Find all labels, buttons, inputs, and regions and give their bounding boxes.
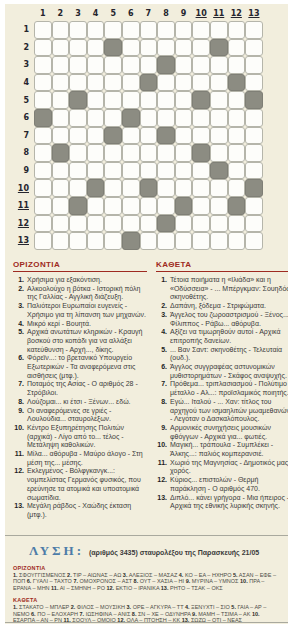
row-label-3: 3 [12, 56, 34, 74]
down-clue-text-7: Πρόθεμα... τριπλασιασμού - Πολύτιμο μέτα… [170, 380, 289, 396]
grid-cell-r13c8[interactable] [157, 232, 175, 250]
grid-cell-r8c13[interactable] [245, 144, 263, 162]
black-cell-r5c13 [245, 91, 263, 109]
across-clue-5: 5.Αρχικά ανωτάτων κληρικών - Κραυγή βοσκ… [13, 328, 147, 354]
down-clue-number-5: 5. [156, 346, 167, 355]
grid-cell-r3c10[interactable] [192, 56, 210, 74]
grid-cell-r1c9[interactable] [175, 21, 193, 39]
across-clue-number-12: 12. [13, 467, 24, 476]
grid-cell-r6c12[interactable] [228, 109, 246, 127]
grid-cell-r7c11[interactable] [210, 127, 228, 145]
black-cell-r11c12 [228, 197, 246, 215]
grid-cell-r7c6[interactable] [122, 127, 140, 145]
down-clue-number-4: 4. [156, 328, 167, 337]
across-clue-text-4: Μικρό κερί - Βουητά. [27, 320, 91, 327]
grid-cell-r5c12[interactable] [228, 91, 246, 109]
grid-cell-r4c10[interactable] [192, 74, 210, 92]
down-clue-text-3: Άγγελος του ζωροαστρισμού - Ξένος... Φίλ… [170, 311, 289, 327]
grid-cell-r12c12[interactable] [228, 215, 246, 233]
grid-corner [12, 6, 34, 21]
grid-cell-r9c4[interactable] [87, 162, 105, 180]
grid-cell-r3c11[interactable] [210, 56, 228, 74]
grid-cell-r7c2[interactable] [52, 127, 70, 145]
grid-cell-r12c3[interactable] [69, 215, 87, 233]
black-cell-r11c9 [175, 197, 193, 215]
grid-cell-r6c4[interactable] [87, 109, 105, 127]
black-cell-r7c8 [157, 127, 175, 145]
black-cell-r7c5 [104, 127, 122, 145]
grid-cell-r1c3[interactable] [69, 21, 87, 39]
black-cell-r4c7 [140, 74, 158, 92]
down-clue-3: 3.Άγγελος του ζωροαστρισμού - Ξένος... Φ… [156, 311, 290, 328]
grid-cell-r6c3[interactable] [69, 109, 87, 127]
grid-cell-r11c2[interactable] [52, 197, 70, 215]
down-clue-number-9: 9. [156, 424, 167, 433]
down-clue-text-5: ... Βαν Σαντ: σκηνοθέτης - Τελευταία (ου… [170, 346, 282, 362]
black-cell-r10c7 [140, 179, 158, 197]
grid-cell-r8c11[interactable] [210, 144, 228, 162]
grid-cell-r4c13[interactable] [245, 74, 263, 92]
grid-cell-r7c9[interactable] [175, 127, 193, 145]
grid-cell-r5c7[interactable] [140, 91, 158, 109]
down-clue-11: 11.Χωριό της Μαγνησίας - Δημοτικός μας χ… [156, 459, 290, 476]
col-label-7: 7 [140, 6, 158, 21]
grid-cell-r5c5[interactable] [104, 91, 122, 109]
across-clue-11: 11.Μίλα... αθόρυβα - Μαύρο άλογο - Στη μ… [13, 450, 147, 467]
down-clue-text-11: Χωριό της Μαγνησίας - Δημοτικός μας χορό… [170, 459, 288, 475]
grid-cell-r11c8[interactable] [157, 197, 175, 215]
black-cell-r6c6 [122, 109, 140, 127]
solution-title-line: ΛΥΣΗ: (αριθμός 3435) σταυρολέξου της Παρ… [13, 543, 282, 559]
across-clue-13: 13.Μεγάλη ράβδος - Χαώδης έκταση (μτφ.). [13, 502, 147, 519]
grid-cell-r10c11[interactable] [210, 179, 228, 197]
black-cell-r5c10 [192, 91, 210, 109]
grid-cell-r6c5[interactable] [104, 109, 122, 127]
row-label-5: 5 [12, 91, 34, 109]
across-clue-2: 2.Αλκοολούχο η βότκα - Ιστορική πόλη της… [13, 285, 147, 302]
row-label-2: 2 [12, 39, 34, 57]
grid-cell-r10c6[interactable] [122, 179, 140, 197]
across-clue-text-7: Ποταμός της Ασίας - Ο αριθμός 28 - Στρόβ… [27, 380, 138, 396]
row-label-1: 1 [12, 21, 34, 39]
across-clue-text-2: Αλκοολούχο η βότκα - Ιστορική πόλη της Γ… [27, 285, 140, 301]
across-clue-9: 9.Οι αναφερόμενες σε γριές - Λουλούδια..… [13, 407, 147, 424]
grid-cell-r10c12[interactable] [228, 179, 246, 197]
grid-cell-r13c11[interactable] [210, 232, 228, 250]
across-clue-4: 4.Μικρό κερί - Βουητά. [13, 320, 147, 329]
row-label-7: 7 [12, 127, 34, 145]
across-clue-text-1: Χρήσιμα για εξακόντιση. [27, 276, 102, 283]
black-cell-r9c11 [210, 162, 228, 180]
grid-cell-r13c4[interactable] [87, 232, 105, 250]
row-label-9: 9 [12, 162, 34, 180]
grid-cell-r9c12[interactable] [228, 162, 246, 180]
down-clue-number-3: 3. [156, 311, 167, 320]
grid-cell-r2c1[interactable] [34, 39, 52, 57]
grid-cell-r9c1[interactable] [34, 162, 52, 180]
black-cell-r3c8 [157, 56, 175, 74]
row-label-10: 10 [12, 179, 34, 197]
row-label-6: 6 [12, 109, 34, 127]
col-label-1: 1 [34, 6, 52, 21]
grid-cell-r5c11[interactable] [210, 91, 228, 109]
across-clue-text-9: Οι αναφερόμενες σε γριές - Λουλούδια... … [27, 407, 111, 423]
grid-cell-r2c8[interactable] [157, 39, 175, 57]
grid-cell-r13c12[interactable] [228, 232, 246, 250]
across-clue-number-10: 10. [13, 424, 24, 433]
across-clue-3: 3.Παλιότεροι Ευρωπαίοι ευγενείς - Χρήσιμ… [13, 302, 147, 319]
solution-down-text: 1. ΣΤΑΚΑΤΟ – ΜΠΛΕΡ 2. ΦΙΛΟΣ – ΜΟΥΣΙΚΗ 3.… [13, 604, 282, 623]
row-label-12: 12 [12, 215, 34, 233]
grid-cell-r8c3[interactable] [69, 144, 87, 162]
grid-cell-r11c4[interactable] [87, 197, 105, 215]
col-label-8: 8 [157, 6, 175, 21]
col-label-5: 5 [104, 6, 122, 21]
black-cell-r10c4 [87, 179, 105, 197]
grid-cell-r1c8[interactable] [157, 21, 175, 39]
down-clue-text-2: Δαπάνη, ξόδεμα - Στριφώματα. [170, 302, 266, 309]
across-clue-number-7: 7. [13, 380, 24, 389]
across-clue-8: 8.Λούζομαι... κι έτσι - Ξένων... εδώ. [13, 398, 147, 407]
grid-cell-r3c5[interactable] [104, 56, 122, 74]
grid-cell-r3c12[interactable] [228, 56, 246, 74]
across-clue-number-4: 4. [13, 320, 24, 329]
black-cell-r2c5 [104, 39, 122, 57]
grid-cell-r4c1[interactable] [34, 74, 52, 92]
down-clue-number-11: 11. [156, 459, 167, 468]
grid-cell-r12c1[interactable] [34, 215, 52, 233]
grid-cell-r12c6[interactable] [122, 215, 140, 233]
grid-cell-r4c9[interactable] [175, 74, 193, 92]
grid-cell-r2c13[interactable] [245, 39, 263, 57]
grid-cell-r7c10[interactable] [192, 127, 210, 145]
grid-cell-r10c1[interactable] [34, 179, 52, 197]
black-cell-r2c11 [210, 39, 228, 57]
grid-cell-r13c9[interactable] [175, 232, 193, 250]
across-clue-number-2: 2. [13, 285, 24, 294]
across-clue-6: 6.Φόρεϊν...: το βρετανικό Υπουργείο Εξωτ… [13, 354, 147, 380]
grid-cell-r6c9[interactable] [175, 109, 193, 127]
down-clue-text-4: Αξίζει να τιμωρηθούν αυτοί - Αρχικά επιτ… [170, 328, 280, 344]
grid-cell-r3c13[interactable] [245, 56, 263, 74]
grid-cell-r9c3[interactable] [69, 162, 87, 180]
grid-cell-r13c13[interactable] [245, 232, 263, 250]
across-clue-number-3: 3. [13, 302, 24, 311]
grid-cell-r1c5[interactable] [104, 21, 122, 39]
across-clue-number-1: 1. [13, 276, 24, 285]
grid-cell-r7c1[interactable] [34, 127, 52, 145]
grid-cell-r1c2[interactable] [52, 21, 70, 39]
grid-cell-r10c2[interactable] [52, 179, 70, 197]
grid-cell-r8c6[interactable] [122, 144, 140, 162]
col-label-2: 2 [52, 6, 70, 21]
grid-cell-r11c13[interactable] [245, 197, 263, 215]
grid-cell-r1c6[interactable] [122, 21, 140, 39]
grid-cell-r11c1[interactable] [34, 197, 52, 215]
black-cell-r11c3 [69, 197, 87, 215]
grid-cell-r1c11[interactable] [210, 21, 228, 39]
grid-cell-r13c10[interactable] [192, 232, 210, 250]
grid-cell-r12c7[interactable] [140, 215, 158, 233]
col-label-10: 10 [192, 6, 210, 21]
grid-cell-r2c12[interactable] [228, 39, 246, 57]
grid-cell-r3c7[interactable] [140, 56, 158, 74]
grid-cell-r4c3[interactable] [69, 74, 87, 92]
grid-cell-r9c7[interactable] [140, 162, 158, 180]
grid-cell-r13c1[interactable] [34, 232, 52, 250]
grid-cell-r11c5[interactable] [104, 197, 122, 215]
grid-cell-r12c11[interactable] [210, 215, 228, 233]
grid-cell-r10c9[interactable] [175, 179, 193, 197]
down-clue-number-6: 6. [156, 363, 167, 372]
grid-cell-r2c4[interactable] [87, 39, 105, 57]
black-cell-r5c3 [69, 91, 87, 109]
grid-cell-r1c12[interactable] [228, 21, 246, 39]
grid-cell-r3c4[interactable] [87, 56, 105, 74]
grid-cell-r9c10[interactable] [192, 162, 210, 180]
grid-cell-r4c6[interactable] [122, 74, 140, 92]
down-clue-text-12: Κύριος... επιστολών - Θερμή παράκληση - … [170, 476, 260, 492]
down-header: ΚΑΘΕΤΑ [156, 260, 290, 272]
row-label-13: 13 [12, 232, 34, 250]
grid-cell-r9c5[interactable] [104, 162, 122, 180]
col-label-4: 4 [87, 6, 105, 21]
across-clue-text-10: Κέντρο Εξυπηρέτησης Πολιτών (αρχικά) - Λ… [27, 424, 124, 448]
down-clue-text-8: Εγώ... Ιταλού - ... Χαν: τίτλος του αρχη… [170, 398, 290, 422]
grid-cell-r10c10[interactable] [192, 179, 210, 197]
grid-cell-r13c5[interactable] [104, 232, 122, 250]
down-clue-text-1: Τέτοια ποιήματα η «Ιλιάδα» και η «Οδύσσε… [170, 276, 290, 300]
grid-cell-r8c12[interactable] [228, 144, 246, 162]
grid-cell-r6c10[interactable] [192, 109, 210, 127]
down-clue-12: 12.Κύριος... επιστολών - Θερμή παράκληση… [156, 476, 290, 493]
grid-cell-r4c8[interactable] [157, 74, 175, 92]
grid-cell-r9c8[interactable] [157, 162, 175, 180]
down-clue-text-10: Μαγική... τράπουλα - Συμπλέκει - Άλκης..… [170, 441, 273, 457]
col-label-6: 6 [122, 6, 140, 21]
grid-cell-r12c10[interactable] [192, 215, 210, 233]
grid-cell-r11c6[interactable] [122, 197, 140, 215]
down-clue-number-13: 13. [156, 494, 167, 503]
down-clue-1: 1.Τέτοια ποιήματα η «Ιλιάδα» και η «Οδύσ… [156, 276, 290, 302]
grid-cell-r2c3[interactable] [69, 39, 87, 57]
down-clue-8: 8.Εγώ... Ιταλού - ... Χαν: τίτλος του αρ… [156, 398, 290, 424]
clue-lists: ΟΡΙΖΟΝΤΙΑ 1.Χρήσιμα για εξακόντιση.2.Αλκ… [13, 260, 290, 520]
grid-cell-r2c10[interactable] [192, 39, 210, 57]
grid-cell-r13c7[interactable] [140, 232, 158, 250]
grid-cell-r1c13[interactable] [245, 21, 263, 39]
across-clue-12: 12.Εκλεγμένος - Βόλφγκανγκ...: νομπελίστ… [13, 467, 147, 502]
grid-cell-r7c7[interactable] [140, 127, 158, 145]
down-clue-number-7: 7. [156, 380, 167, 389]
across-clues-column: ΟΡΙΖΟΝΤΙΑ 1.Χρήσιμα για εξακόντιση.2.Αλκ… [13, 260, 147, 520]
grid-cell-r3c9[interactable] [175, 56, 193, 74]
grid-cell-r8c9[interactable] [175, 144, 193, 162]
grid-cell-r7c13[interactable] [245, 127, 263, 145]
grid-cell-r9c9[interactable] [175, 162, 193, 180]
down-clue-number-10: 10. [156, 441, 167, 450]
across-clue-10: 10.Κέντρο Εξυπηρέτησης Πολιτών (αρχικά) … [13, 424, 147, 450]
grid-cell-r3c3[interactable] [69, 56, 87, 74]
grid-cell-r9c13[interactable] [245, 162, 263, 180]
grid-cell-r12c2[interactable] [52, 215, 70, 233]
across-clue-text-11: Μίλα... αθόρυβα - Μαύρο άλογο - Στη μέση… [27, 450, 143, 466]
grid-cell-r12c4[interactable] [87, 215, 105, 233]
grid-cell-r3c1[interactable] [34, 56, 52, 74]
col-label-12: 12 [228, 6, 246, 21]
down-clue-text-6: Άγγλος συγγραφέας αστυνομικών μυθιστορημ… [170, 363, 287, 379]
across-clue-number-11: 11. [13, 450, 24, 459]
down-clue-list: 1.Τέτοια ποιήματα η «Ιλιάδα» και η «Οδύσ… [156, 276, 290, 511]
grid-cell-r2c2[interactable] [52, 39, 70, 57]
grid-cell-r12c5[interactable] [104, 215, 122, 233]
col-label-9: 9 [175, 6, 193, 21]
grid-cell-r2c9[interactable] [175, 39, 193, 57]
across-clue-7: 7.Ποταμός της Ασίας - Ο αριθμός 28 - Στρ… [13, 380, 147, 397]
across-clue-number-13: 13. [13, 502, 24, 511]
grid-cell-r3c6[interactable] [122, 56, 140, 74]
grid-cell-r4c11[interactable] [210, 74, 228, 92]
down-clue-text-13: Διπλό... κάνει γρήγορα - Μια ήπειρος - Α… [170, 494, 289, 510]
grid-cell-r4c2[interactable] [52, 74, 70, 92]
down-clue-number-8: 8. [156, 398, 167, 407]
grid-cell-r8c5[interactable] [104, 144, 122, 162]
col-label-3: 3 [69, 6, 87, 21]
across-clue-text-12: Εκλεγμένος - Βόλφγκανγκ...: νομπελίστας … [27, 467, 141, 500]
row-label-8: 8 [12, 144, 34, 162]
solution-label: ΛΥΣΗ: [29, 543, 84, 559]
black-cell-r8c2 [52, 144, 70, 162]
grid-cell-r10c5[interactable] [104, 179, 122, 197]
across-clue-number-6: 6. [13, 354, 24, 363]
crossword-grid: 1234567891011121312345678910111213 [12, 6, 263, 250]
col-label-11: 11 [210, 6, 228, 21]
row-label-11: 11 [12, 197, 34, 215]
grid-cell-r9c2[interactable] [52, 162, 70, 180]
across-clue-text-5: Αρχικά ανωτάτων κληρικών - Κραυγή βοσκού… [27, 328, 142, 352]
grid-cell-r13c2[interactable] [52, 232, 70, 250]
across-clue-text-13: Μεγάλη ράβδος - Χαώδης έκταση (μτφ.). [27, 502, 131, 518]
grid-cell-r7c12[interactable] [228, 127, 246, 145]
solution-across-text: 1. ΣΦΟΥΓΓΙΣΜΕΝΟΣ 2. ΤΙΡ – ΑΙΩΝΑΣ – ΑΩ 3.… [13, 572, 282, 591]
solution-subtitle: (αριθμός 3435) σταυρολέξου της Παρασκευή… [89, 549, 259, 556]
grid-cell-r5c9[interactable] [175, 91, 193, 109]
grid-cell-r6c7[interactable] [140, 109, 158, 127]
solution-panel: ΛΥΣΗ: (αριθμός 3435) σταυρολέξου της Παρ… [5, 535, 288, 623]
black-cell-r6c1 [34, 109, 52, 127]
grid-cell-r7c4[interactable] [87, 127, 105, 145]
grid-cell-r8c7[interactable] [140, 144, 158, 162]
grid-cell-r1c4[interactable] [87, 21, 105, 39]
grid-cell-r8c8[interactable] [157, 144, 175, 162]
down-clues-column: ΚΑΘΕΤΑ 1.Τέτοια ποιήματα η «Ιλιάδα» και … [156, 260, 290, 520]
grid-cell-r5c8[interactable] [157, 91, 175, 109]
grid-cell-r1c1[interactable] [34, 21, 52, 39]
grid-cell-r3c2[interactable] [52, 56, 70, 74]
solution-across-header: ΟΡΙΖΟΝΤΙΑ [13, 565, 282, 571]
grid-cell-r5c6[interactable] [122, 91, 140, 109]
grid-cell-r5c2[interactable] [52, 91, 70, 109]
down-clue-number-12: 12. [156, 476, 167, 485]
grid-cell-r2c7[interactable] [140, 39, 158, 57]
grid-cell-r4c5[interactable] [104, 74, 122, 92]
grid-cell-r8c1[interactable] [34, 144, 52, 162]
grid-cell-r11c10[interactable] [192, 197, 210, 215]
black-cell-r13c6 [122, 232, 140, 250]
across-clue-1: 1.Χρήσιμα για εξακόντιση. [13, 276, 147, 285]
down-clue-7: 7.Πρόθεμα... τριπλασιασμού - Πολύτιμο μέ… [156, 380, 290, 397]
grid-cell-r1c7[interactable] [140, 21, 158, 39]
grid-cell-r12c9[interactable] [175, 215, 193, 233]
down-clue-4: 4.Αξίζει να τιμωρηθούν αυτοί - Αρχικά επ… [156, 328, 290, 345]
grid-cell-r6c11[interactable] [210, 109, 228, 127]
across-clue-text-3: Παλιότεροι Ευρωπαίοι ευγενείς - Χρήσιμο … [27, 302, 146, 318]
black-cell-r4c12 [228, 74, 246, 92]
grid-cell-r8c4[interactable] [87, 144, 105, 162]
grid-cell-r5c4[interactable] [87, 91, 105, 109]
grid-cell-r13c3[interactable] [69, 232, 87, 250]
down-clue-text-9: Αρμονικές συνηχήσεις μουσικών φθόγγων - … [170, 424, 271, 440]
down-clue-10: 10.Μαγική... τράπουλα - Συμπλέκει - Άλκη… [156, 441, 290, 458]
grid-cell-r2c6[interactable] [122, 39, 140, 57]
down-clue-6: 6.Άγγλος συγγραφέας αστυνομικών μυθιστορ… [156, 363, 290, 380]
down-clue-5: 5.... Βαν Σαντ: σκηνοθέτης - Τελευταία (… [156, 346, 290, 363]
grid-cell-r6c8[interactable] [157, 109, 175, 127]
black-cell-r10c13 [245, 179, 263, 197]
crossword-page: 1234567891011121312345678910111213 ΟΡΙΖΟ… [0, 0, 291, 624]
grid-cell-r5c1[interactable] [34, 91, 52, 109]
row-label-4: 4 [12, 74, 34, 92]
down-clue-2: 2.Δαπάνη, ξόδεμα - Στριφώματα. [156, 302, 290, 311]
across-clue-text-6: Φόρεϊν...: το βρετανικό Υπουργείο Εξωτερ… [27, 354, 135, 378]
across-header: ΟΡΙΖΟΝΤΙΑ [13, 260, 147, 272]
grid-cell-r11c11[interactable] [210, 197, 228, 215]
down-clue-number-1: 1. [156, 276, 167, 285]
black-cell-r8c10 [192, 144, 210, 162]
grid-cell-r6c13[interactable] [245, 109, 263, 127]
grid-cell-r7c3[interactable] [69, 127, 87, 145]
across-clue-list: 1.Χρήσιμα για εξακόντιση.2.Αλκοολούχο η … [13, 276, 147, 520]
grid-cell-r11c7[interactable] [140, 197, 158, 215]
black-cell-r12c8 [157, 215, 175, 233]
grid-cell-r10c3[interactable] [69, 179, 87, 197]
across-clue-number-5: 5. [13, 328, 24, 337]
across-clue-number-8: 8. [13, 398, 24, 407]
grid-cell-r12c13[interactable] [245, 215, 263, 233]
grid-cell-r6c2[interactable] [52, 109, 70, 127]
down-clue-number-2: 2. [156, 302, 167, 311]
grid-cell-r10c8[interactable] [157, 179, 175, 197]
grid-cell-r1c10[interactable] [192, 21, 210, 39]
down-clue-13: 13.Διπλό... κάνει γρήγορα - Μια ήπειρος … [156, 494, 290, 511]
col-label-13: 13 [245, 6, 263, 21]
grid-cell-r4c4[interactable] [87, 74, 105, 92]
grid-cell-r9c6[interactable] [122, 162, 140, 180]
solution-down-header: ΚΑΘΕΤΑ [13, 597, 282, 603]
across-clue-number-9: 9. [13, 407, 24, 416]
across-clue-text-8: Λούζομαι... κι έτσι - Ξένων... εδώ. [27, 398, 131, 405]
down-clue-9: 9.Αρμονικές συνηχήσεις μουσικών φθόγγων … [156, 424, 290, 441]
